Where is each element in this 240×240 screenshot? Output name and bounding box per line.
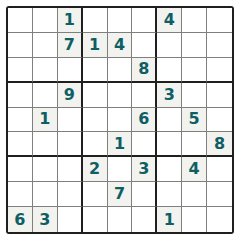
- sudoku-cell-r9c2: 3: [33, 207, 58, 232]
- sudoku-cell-r7c2[interactable]: [33, 157, 58, 182]
- sudoku-cell-r4c2[interactable]: [33, 83, 58, 108]
- sudoku-cell-r2c3: 7: [58, 33, 83, 58]
- sudoku-cell-r3c2[interactable]: [33, 58, 58, 83]
- sudoku-cell-r8c6[interactable]: [132, 182, 157, 207]
- sudoku-cell-r7c6: 3: [132, 157, 157, 182]
- sudoku-cell-r8c5: 7: [108, 182, 133, 207]
- sudoku-cell-r5c2: 1: [33, 108, 58, 133]
- sudoku-cell-r8c2[interactable]: [33, 182, 58, 207]
- sudoku-cell-r8c7[interactable]: [157, 182, 182, 207]
- sudoku-cell-r7c9[interactable]: [207, 157, 232, 182]
- sudoku-cell-r6c9: 8: [207, 132, 232, 157]
- sudoku-cell-r1c8[interactable]: [182, 8, 207, 33]
- sudoku-cell-r6c2[interactable]: [33, 132, 58, 157]
- sudoku-cell-r5c4[interactable]: [83, 108, 108, 133]
- sudoku-cell-r2c5: 4: [108, 33, 133, 58]
- sudoku-cell-r6c4[interactable]: [83, 132, 108, 157]
- sudoku-cell-r2c8[interactable]: [182, 33, 207, 58]
- sudoku-cell-r5c1[interactable]: [8, 108, 33, 133]
- sudoku-cell-r2c4: 1: [83, 33, 108, 58]
- sudoku-cell-r9c4[interactable]: [83, 207, 108, 232]
- sudoku-cell-r9c6[interactable]: [132, 207, 157, 232]
- sudoku-cell-r8c3[interactable]: [58, 182, 83, 207]
- sudoku-cell-r2c9[interactable]: [207, 33, 232, 58]
- sudoku-cell-r5c7[interactable]: [157, 108, 182, 133]
- sudoku-cell-r2c7[interactable]: [157, 33, 182, 58]
- sudoku-cell-r3c7[interactable]: [157, 58, 182, 83]
- sudoku-cell-r3c3[interactable]: [58, 58, 83, 83]
- sudoku-cell-r1c3: 1: [58, 8, 83, 33]
- sudoku-cell-r6c5: 1: [108, 132, 133, 157]
- sudoku-cell-r1c4[interactable]: [83, 8, 108, 33]
- sudoku-cell-r5c5[interactable]: [108, 108, 133, 133]
- sudoku-cell-r3c8[interactable]: [182, 58, 207, 83]
- sudoku-cell-r6c3[interactable]: [58, 132, 83, 157]
- sudoku-cell-r6c8[interactable]: [182, 132, 207, 157]
- sudoku-cell-r4c5[interactable]: [108, 83, 133, 108]
- sudoku-cell-r1c1[interactable]: [8, 8, 33, 33]
- sudoku-cell-r4c6[interactable]: [132, 83, 157, 108]
- sudoku-cell-r9c7: 1: [157, 207, 182, 232]
- sudoku-cell-r3c9[interactable]: [207, 58, 232, 83]
- sudoku-widget: 14714893165182347631: [0, 0, 240, 240]
- sudoku-cell-r1c6[interactable]: [132, 8, 157, 33]
- sudoku-cell-r7c3[interactable]: [58, 157, 83, 182]
- sudoku-cell-r6c6[interactable]: [132, 132, 157, 157]
- sudoku-cell-r6c7[interactable]: [157, 132, 182, 157]
- sudoku-cell-r5c3[interactable]: [58, 108, 83, 133]
- sudoku-cell-r9c1: 6: [8, 207, 33, 232]
- sudoku-cell-r9c5[interactable]: [108, 207, 133, 232]
- sudoku-cell-r1c5[interactable]: [108, 8, 133, 33]
- sudoku-cell-r7c4: 2: [83, 157, 108, 182]
- sudoku-cell-r3c4[interactable]: [83, 58, 108, 83]
- sudoku-cell-r3c5[interactable]: [108, 58, 133, 83]
- sudoku-cell-r5c6: 6: [132, 108, 157, 133]
- sudoku-cell-r6c1[interactable]: [8, 132, 33, 157]
- sudoku-cell-r9c9[interactable]: [207, 207, 232, 232]
- sudoku-board: 14714893165182347631: [6, 6, 234, 234]
- sudoku-cell-r9c8[interactable]: [182, 207, 207, 232]
- sudoku-cell-r2c1[interactable]: [8, 33, 33, 58]
- sudoku-cell-r8c8[interactable]: [182, 182, 207, 207]
- sudoku-cell-r8c1[interactable]: [8, 182, 33, 207]
- sudoku-cell-r9c3[interactable]: [58, 207, 83, 232]
- sudoku-cell-r7c5[interactable]: [108, 157, 133, 182]
- sudoku-cell-r4c8[interactable]: [182, 83, 207, 108]
- sudoku-cell-r4c1[interactable]: [8, 83, 33, 108]
- sudoku-cell-r4c4[interactable]: [83, 83, 108, 108]
- sudoku-cell-r4c9[interactable]: [207, 83, 232, 108]
- sudoku-cell-r2c6[interactable]: [132, 33, 157, 58]
- sudoku-cell-r2c2[interactable]: [33, 33, 58, 58]
- sudoku-cell-r7c8: 4: [182, 157, 207, 182]
- sudoku-cell-r4c3: 9: [58, 83, 83, 108]
- sudoku-cell-r1c7: 4: [157, 8, 182, 33]
- sudoku-cell-r3c6: 8: [132, 58, 157, 83]
- sudoku-cell-r5c9[interactable]: [207, 108, 232, 133]
- sudoku-cell-r5c8: 5: [182, 108, 207, 133]
- sudoku-cell-r7c1[interactable]: [8, 157, 33, 182]
- sudoku-cell-r7c7[interactable]: [157, 157, 182, 182]
- sudoku-cell-r8c4[interactable]: [83, 182, 108, 207]
- sudoku-cell-r4c7: 3: [157, 83, 182, 108]
- sudoku-cell-r1c9[interactable]: [207, 8, 232, 33]
- sudoku-cell-r8c9[interactable]: [207, 182, 232, 207]
- sudoku-cell-r3c1[interactable]: [8, 58, 33, 83]
- sudoku-cell-r1c2[interactable]: [33, 8, 58, 33]
